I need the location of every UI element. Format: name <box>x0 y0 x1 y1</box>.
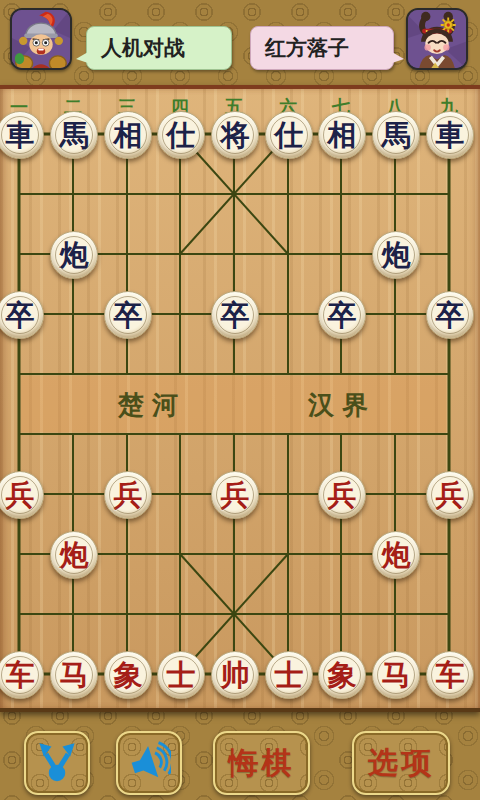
piece-卒-black[interactable]: 卒 <box>211 291 259 339</box>
piece-仕-black[interactable]: 仕 <box>265 111 313 159</box>
piece-glyph: 兵 <box>436 481 465 510</box>
piece-glyph: 車 <box>436 121 465 150</box>
piece-glyph: 兵 <box>328 481 357 510</box>
undo-move-button[interactable]: 悔棋 <box>213 731 310 795</box>
sound-button[interactable] <box>116 731 182 795</box>
piece-glyph: 仕 <box>275 121 304 150</box>
game-screen: 人机对战 红方落子 <box>0 0 480 800</box>
piece-相-black[interactable]: 相 <box>104 111 152 159</box>
piece-卒-black[interactable]: 卒 <box>104 291 152 339</box>
piece-glyph: 卒 <box>221 301 250 330</box>
piece-glyph: 炮 <box>382 541 411 570</box>
piece-卒-black[interactable]: 卒 <box>318 291 366 339</box>
piece-炮-red[interactable]: 炮 <box>50 531 98 579</box>
piece-glyph: 相 <box>114 121 143 150</box>
piece-glyph: 士 <box>275 661 304 690</box>
options-label: 选项 <box>368 743 434 784</box>
xiangqi-board[interactable]: 一二三四五六七八九 楚河 汉界 車馬相仕将仕相馬車炮炮卒卒卒卒卒兵兵兵兵兵炮炮车… <box>0 85 480 712</box>
piece-车-red[interactable]: 车 <box>0 651 44 699</box>
piece-glyph: 兵 <box>6 481 35 510</box>
piece-glyph: 馬 <box>60 121 89 150</box>
turn-status-bubble: 红方落子 <box>250 26 394 70</box>
fork-arrows-icon <box>35 741 79 785</box>
piece-兵-red[interactable]: 兵 <box>426 471 474 519</box>
piece-glyph: 兵 <box>114 481 143 510</box>
pieces-layer: 車馬相仕将仕相馬車炮炮卒卒卒卒卒兵兵兵兵兵炮炮车马象士帅士象马车 <box>0 89 480 708</box>
piece-炮-red[interactable]: 炮 <box>372 531 420 579</box>
piece-glyph: 馬 <box>382 121 411 150</box>
piece-glyph: 卒 <box>114 301 143 330</box>
piece-兵-red[interactable]: 兵 <box>0 471 44 519</box>
piece-glyph: 兵 <box>221 481 250 510</box>
piece-车-red[interactable]: 车 <box>426 651 474 699</box>
piece-glyph: 车 <box>6 661 35 690</box>
piece-glyph: 马 <box>382 661 411 690</box>
player-avatar <box>406 8 468 70</box>
piece-马-red[interactable]: 马 <box>372 651 420 699</box>
river-label-chu: 楚河 <box>118 388 186 423</box>
piece-glyph: 马 <box>60 661 89 690</box>
opponent-avatar <box>10 8 72 70</box>
river-label-han: 汉界 <box>308 388 376 423</box>
piece-士-red[interactable]: 士 <box>265 651 313 699</box>
piece-glyph: 帅 <box>221 661 250 690</box>
piece-马-red[interactable]: 马 <box>50 651 98 699</box>
piece-士-red[interactable]: 士 <box>157 651 205 699</box>
mode-bubble-label: 人机对战 <box>101 34 185 62</box>
piece-馬-black[interactable]: 馬 <box>372 111 420 159</box>
piece-兵-red[interactable]: 兵 <box>211 471 259 519</box>
piece-glyph: 炮 <box>382 241 411 270</box>
piece-象-red[interactable]: 象 <box>104 651 152 699</box>
undo-move-label: 悔棋 <box>229 743 295 784</box>
piece-卒-black[interactable]: 卒 <box>0 291 44 339</box>
piece-相-black[interactable]: 相 <box>318 111 366 159</box>
piece-glyph: 炮 <box>60 241 89 270</box>
piece-兵-red[interactable]: 兵 <box>318 471 366 519</box>
piece-卒-black[interactable]: 卒 <box>426 291 474 339</box>
piece-将-black[interactable]: 将 <box>211 111 259 159</box>
piece-車-black[interactable]: 車 <box>0 111 44 159</box>
empress-avatar-icon <box>408 10 466 68</box>
piece-glyph: 士 <box>167 661 196 690</box>
piece-glyph: 车 <box>436 661 465 690</box>
piece-仕-black[interactable]: 仕 <box>157 111 205 159</box>
options-button[interactable]: 选项 <box>352 731 450 795</box>
piece-glyph: 卒 <box>6 301 35 330</box>
piece-glyph: 相 <box>328 121 357 150</box>
piece-帅-red[interactable]: 帅 <box>211 651 259 699</box>
piece-象-red[interactable]: 象 <box>318 651 366 699</box>
piece-glyph: 将 <box>221 121 250 150</box>
piece-glyph: 炮 <box>60 541 89 570</box>
piece-車-black[interactable]: 車 <box>426 111 474 159</box>
piece-炮-black[interactable]: 炮 <box>372 231 420 279</box>
piece-glyph: 卒 <box>328 301 357 330</box>
speaker-icon <box>127 741 171 785</box>
piece-glyph: 象 <box>328 661 357 690</box>
new-game-button[interactable] <box>24 731 90 795</box>
mode-bubble: 人机对战 <box>86 26 232 70</box>
piece-兵-red[interactable]: 兵 <box>104 471 152 519</box>
piece-glyph: 象 <box>114 661 143 690</box>
piece-glyph: 卒 <box>436 301 465 330</box>
piece-glyph: 仕 <box>167 121 196 150</box>
piece-glyph: 車 <box>6 121 35 150</box>
piece-馬-black[interactable]: 馬 <box>50 111 98 159</box>
turn-status-label: 红方落子 <box>265 34 349 62</box>
piece-炮-black[interactable]: 炮 <box>50 231 98 279</box>
general-avatar-icon <box>12 10 70 68</box>
